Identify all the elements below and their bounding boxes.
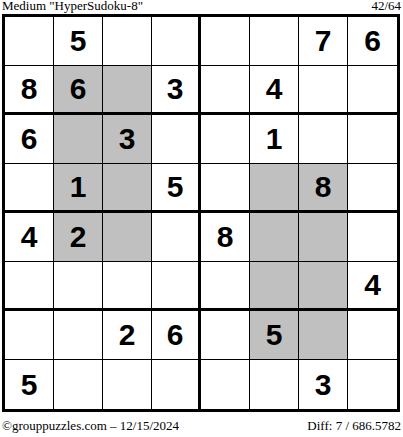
cell-r8c7-given[interactable]: 3: [299, 360, 348, 409]
cell-r4c2-given[interactable]: 1: [54, 164, 103, 213]
cell-r5c3[interactable]: [103, 213, 152, 262]
cell-r4c1[interactable]: [5, 164, 54, 213]
cell-r2c2-given[interactable]: 6: [54, 66, 103, 115]
cell-r4c7-given[interactable]: 8: [299, 164, 348, 213]
footer: ©grouppuzzles.com – 12/15/2024 Diff: 7 /…: [2, 418, 401, 433]
cell-r3c7[interactable]: [299, 115, 348, 164]
cell-r1c3[interactable]: [103, 17, 152, 66]
cell-r8c8[interactable]: [348, 360, 397, 409]
cell-r4c4-given[interactable]: 5: [152, 164, 201, 213]
cell-r5c2-given[interactable]: 2: [54, 213, 103, 262]
cell-r3c8[interactable]: [348, 115, 397, 164]
cell-r1c8-given[interactable]: 6: [348, 17, 397, 66]
cell-r2c3[interactable]: [103, 66, 152, 115]
cell-r5c6[interactable]: [250, 213, 299, 262]
header: Medium "HyperSudoku-8" 42/64: [2, 0, 401, 13]
cell-r7c2[interactable]: [54, 311, 103, 360]
cell-r5c5-given[interactable]: 8: [201, 213, 250, 262]
cell-r3c3-given[interactable]: 3: [103, 115, 152, 164]
cell-r6c2[interactable]: [54, 262, 103, 311]
cell-r7c7[interactable]: [299, 311, 348, 360]
sudoku-board: 5768634631158428426553: [2, 14, 400, 412]
cell-r4c8[interactable]: [348, 164, 397, 213]
cell-r6c4[interactable]: [152, 262, 201, 311]
cell-r8c6[interactable]: [250, 360, 299, 409]
cell-r7c1[interactable]: [5, 311, 54, 360]
cell-r5c8[interactable]: [348, 213, 397, 262]
cell-r4c5[interactable]: [201, 164, 250, 213]
cell-r8c4[interactable]: [152, 360, 201, 409]
cell-r2c5[interactable]: [201, 66, 250, 115]
cell-r7c3-given[interactable]: 2: [103, 311, 152, 360]
cell-r6c5[interactable]: [201, 262, 250, 311]
cell-r2c7[interactable]: [299, 66, 348, 115]
cell-r5c1-given[interactable]: 4: [5, 213, 54, 262]
cell-r8c3[interactable]: [103, 360, 152, 409]
cell-r3c6-given[interactable]: 1: [250, 115, 299, 164]
cell-r2c6-given[interactable]: 4: [250, 66, 299, 115]
puzzle-page: Medium "HyperSudoku-8" 42/64 57686346311…: [0, 0, 403, 437]
cell-r8c2[interactable]: [54, 360, 103, 409]
puzzle-title: Medium "HyperSudoku-8": [2, 0, 143, 13]
cell-r3c4[interactable]: [152, 115, 201, 164]
cell-r6c3[interactable]: [103, 262, 152, 311]
cell-r2c1-given[interactable]: 8: [5, 66, 54, 115]
cell-r5c7[interactable]: [299, 213, 348, 262]
cell-r3c5[interactable]: [201, 115, 250, 164]
cell-r7c5[interactable]: [201, 311, 250, 360]
cell-r2c4-given[interactable]: 3: [152, 66, 201, 115]
cell-r8c1-given[interactable]: 5: [5, 360, 54, 409]
cell-r1c4[interactable]: [152, 17, 201, 66]
puzzle-counter: 42/64: [371, 0, 401, 13]
cell-r6c7[interactable]: [299, 262, 348, 311]
copyright-text: ©grouppuzzles.com – 12/15/2024: [2, 418, 179, 433]
cell-r5c4[interactable]: [152, 213, 201, 262]
cell-r1c7-given[interactable]: 7: [299, 17, 348, 66]
cell-r8c5[interactable]: [201, 360, 250, 409]
cell-r1c5[interactable]: [201, 17, 250, 66]
cell-r4c6[interactable]: [250, 164, 299, 213]
cell-r1c1[interactable]: [5, 17, 54, 66]
cell-r4c3[interactable]: [103, 164, 152, 213]
cell-r6c6[interactable]: [250, 262, 299, 311]
cell-r7c4-given[interactable]: 6: [152, 311, 201, 360]
cell-r7c8[interactable]: [348, 311, 397, 360]
cell-r2c8[interactable]: [348, 66, 397, 115]
cell-r7c6-given[interactable]: 5: [250, 311, 299, 360]
cell-r6c8-given[interactable]: 4: [348, 262, 397, 311]
cell-r1c6[interactable]: [250, 17, 299, 66]
cell-r1c2-given[interactable]: 5: [54, 17, 103, 66]
cell-r3c1-given[interactable]: 6: [5, 115, 54, 164]
cell-r3c2[interactable]: [54, 115, 103, 164]
cell-r6c1[interactable]: [5, 262, 54, 311]
difficulty-text: Diff: 7 / 686.5782: [307, 418, 401, 433]
